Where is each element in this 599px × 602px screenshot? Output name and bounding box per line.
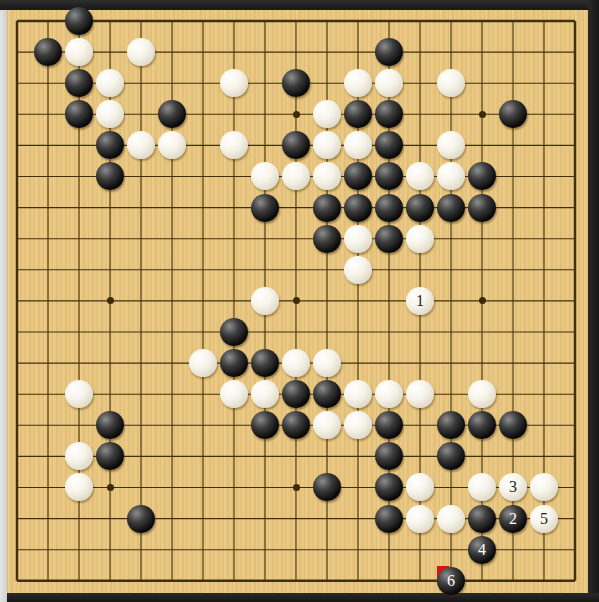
board-cell[interactable] bbox=[219, 254, 250, 285]
board-cell[interactable]: ○ bbox=[405, 161, 436, 192]
board-cell[interactable]: ○ bbox=[126, 37, 157, 68]
board-cell[interactable] bbox=[560, 223, 591, 254]
board-cell[interactable] bbox=[188, 223, 219, 254]
board-cell[interactable] bbox=[343, 5, 374, 36]
board-cell[interactable] bbox=[467, 37, 498, 68]
board-cell[interactable] bbox=[498, 285, 529, 316]
board-cell[interactable] bbox=[2, 503, 33, 534]
board-cell[interactable] bbox=[343, 316, 374, 347]
board-cell[interactable] bbox=[250, 441, 281, 472]
board-cell[interactable] bbox=[560, 441, 591, 472]
board-cell[interactable] bbox=[157, 316, 188, 347]
board-cell[interactable] bbox=[126, 5, 157, 36]
board-cell[interactable] bbox=[157, 223, 188, 254]
board-cell[interactable] bbox=[250, 534, 281, 565]
board-cell[interactable] bbox=[560, 161, 591, 192]
board-cell[interactable] bbox=[560, 192, 591, 223]
board-cell[interactable]: ○ bbox=[374, 379, 405, 410]
board-cell[interactable]: ○ bbox=[126, 130, 157, 161]
board-cell[interactable] bbox=[498, 316, 529, 347]
board-cell[interactable] bbox=[436, 99, 467, 130]
board-cell[interactable]: ● bbox=[374, 99, 405, 130]
board-cell[interactable] bbox=[374, 565, 405, 596]
board-cell[interactable] bbox=[126, 68, 157, 99]
board-cell[interactable]: ○ bbox=[250, 379, 281, 410]
board-cell[interactable] bbox=[560, 503, 591, 534]
board-cell[interactable] bbox=[343, 441, 374, 472]
board-cell[interactable] bbox=[64, 254, 95, 285]
board-cell[interactable] bbox=[374, 285, 405, 316]
board-cell[interactable] bbox=[33, 192, 64, 223]
board-cell[interactable] bbox=[2, 410, 33, 441]
board-cell[interactable]: ● bbox=[374, 472, 405, 503]
board-cell[interactable]: ● bbox=[219, 347, 250, 378]
board-cell[interactable]: ○ bbox=[250, 161, 281, 192]
board-cell[interactable] bbox=[560, 534, 591, 565]
board-cell[interactable] bbox=[529, 68, 560, 99]
board-cell[interactable] bbox=[467, 68, 498, 99]
board-cell[interactable] bbox=[343, 565, 374, 596]
board-cell[interactable] bbox=[467, 254, 498, 285]
board-cell[interactable]: ● bbox=[95, 441, 126, 472]
board-cell[interactable] bbox=[405, 99, 436, 130]
board-cell[interactable]: ○5 bbox=[529, 503, 560, 534]
board-cell[interactable] bbox=[2, 441, 33, 472]
board-cell[interactable]: ○ bbox=[188, 347, 219, 378]
board-cell[interactable] bbox=[250, 68, 281, 99]
board-cell[interactable] bbox=[157, 192, 188, 223]
board-cell[interactable] bbox=[436, 254, 467, 285]
board-cell[interactable] bbox=[405, 441, 436, 472]
board-cell[interactable] bbox=[529, 161, 560, 192]
board-cell[interactable] bbox=[560, 68, 591, 99]
board-cell[interactable]: ● bbox=[467, 410, 498, 441]
board-cell[interactable] bbox=[529, 565, 560, 596]
board-cell[interactable] bbox=[219, 441, 250, 472]
board-cell[interactable] bbox=[529, 534, 560, 565]
board-cell[interactable] bbox=[498, 130, 529, 161]
board-cell[interactable] bbox=[250, 130, 281, 161]
board-cell[interactable]: ○ bbox=[250, 285, 281, 316]
board-cell[interactable] bbox=[343, 285, 374, 316]
board-cell[interactable] bbox=[312, 565, 343, 596]
board-cell[interactable] bbox=[33, 68, 64, 99]
board-cell[interactable] bbox=[2, 472, 33, 503]
board-cell[interactable]: ○ bbox=[343, 223, 374, 254]
board-cell[interactable]: ○ bbox=[312, 410, 343, 441]
board-cell[interactable]: ○ bbox=[64, 472, 95, 503]
board-cell[interactable] bbox=[64, 534, 95, 565]
board-cell[interactable] bbox=[529, 347, 560, 378]
board-cell[interactable] bbox=[250, 316, 281, 347]
board-cell[interactable] bbox=[312, 254, 343, 285]
board-cell[interactable] bbox=[188, 99, 219, 130]
board-cell[interactable] bbox=[64, 410, 95, 441]
board-cell[interactable] bbox=[250, 565, 281, 596]
board-cell[interactable] bbox=[560, 379, 591, 410]
board-cell[interactable] bbox=[281, 223, 312, 254]
board-cell[interactable] bbox=[560, 565, 591, 596]
board-cell[interactable]: ● bbox=[64, 99, 95, 130]
board-cell[interactable] bbox=[498, 161, 529, 192]
board-cell[interactable] bbox=[436, 223, 467, 254]
board-cell[interactable]: ● bbox=[374, 37, 405, 68]
board-cell[interactable] bbox=[64, 130, 95, 161]
board-cell[interactable] bbox=[560, 99, 591, 130]
board-cell[interactable] bbox=[250, 37, 281, 68]
board-cell[interactable] bbox=[281, 503, 312, 534]
board-cell[interactable] bbox=[33, 565, 64, 596]
board-cell[interactable] bbox=[95, 285, 126, 316]
board-cell[interactable] bbox=[188, 410, 219, 441]
board-cell[interactable] bbox=[405, 534, 436, 565]
board-cell[interactable] bbox=[560, 37, 591, 68]
board-cell[interactable]: ○ bbox=[405, 503, 436, 534]
board-cell[interactable] bbox=[188, 285, 219, 316]
board-cell[interactable] bbox=[2, 5, 33, 36]
board-cell[interactable]: ● bbox=[219, 316, 250, 347]
board-cell[interactable] bbox=[2, 99, 33, 130]
board-cell[interactable] bbox=[436, 285, 467, 316]
board-cell[interactable] bbox=[405, 254, 436, 285]
board-cell[interactable]: ●2 bbox=[498, 503, 529, 534]
board-cell[interactable] bbox=[467, 223, 498, 254]
board-cell[interactable] bbox=[126, 285, 157, 316]
board-cell[interactable] bbox=[560, 130, 591, 161]
board-cell[interactable]: ○ bbox=[219, 130, 250, 161]
board-cell[interactable] bbox=[281, 192, 312, 223]
board-cell[interactable]: ● bbox=[467, 503, 498, 534]
board-cell[interactable] bbox=[157, 503, 188, 534]
board-cell[interactable] bbox=[498, 254, 529, 285]
board-cell[interactable] bbox=[374, 5, 405, 36]
board-cell[interactable] bbox=[95, 223, 126, 254]
board-cell[interactable] bbox=[2, 130, 33, 161]
board-cell[interactable] bbox=[188, 68, 219, 99]
board-cell[interactable] bbox=[281, 5, 312, 36]
board-cell[interactable]: ●6 bbox=[436, 565, 467, 596]
board-cell[interactable] bbox=[498, 192, 529, 223]
board-cell[interactable]: ○ bbox=[343, 410, 374, 441]
board-cell[interactable] bbox=[188, 534, 219, 565]
board-cell[interactable] bbox=[498, 379, 529, 410]
board-cell[interactable]: ○ bbox=[343, 130, 374, 161]
board-cell[interactable] bbox=[436, 5, 467, 36]
board-cell[interactable] bbox=[33, 503, 64, 534]
board-cell[interactable] bbox=[64, 565, 95, 596]
board-cell[interactable] bbox=[33, 130, 64, 161]
board-cell[interactable] bbox=[219, 565, 250, 596]
board-cell[interactable] bbox=[436, 37, 467, 68]
board-cell[interactable]: ● bbox=[374, 130, 405, 161]
board-cell[interactable] bbox=[95, 379, 126, 410]
board-cell[interactable] bbox=[64, 347, 95, 378]
board-cell[interactable] bbox=[467, 347, 498, 378]
board-cell[interactable] bbox=[126, 161, 157, 192]
board-cell[interactable] bbox=[529, 316, 560, 347]
board-cell[interactable]: ○ bbox=[529, 472, 560, 503]
board-cell[interactable] bbox=[95, 254, 126, 285]
board-cell[interactable]: ● bbox=[250, 347, 281, 378]
board-cell[interactable] bbox=[343, 503, 374, 534]
board-cell[interactable] bbox=[467, 130, 498, 161]
board-cell[interactable] bbox=[405, 410, 436, 441]
board-cell[interactable]: ○ bbox=[436, 503, 467, 534]
board-cell[interactable] bbox=[95, 192, 126, 223]
board-cell[interactable] bbox=[529, 99, 560, 130]
board-cell[interactable]: ● bbox=[281, 130, 312, 161]
board-cell[interactable]: ● bbox=[281, 379, 312, 410]
board-cell[interactable] bbox=[560, 254, 591, 285]
board-cell[interactable] bbox=[157, 285, 188, 316]
board-cell[interactable]: ○ bbox=[312, 161, 343, 192]
board-cell[interactable] bbox=[188, 37, 219, 68]
board-cell[interactable] bbox=[498, 347, 529, 378]
board-cell[interactable] bbox=[95, 503, 126, 534]
board-cell[interactable] bbox=[64, 161, 95, 192]
board-cell[interactable] bbox=[250, 5, 281, 36]
board-cell[interactable] bbox=[374, 347, 405, 378]
board-cell[interactable] bbox=[405, 130, 436, 161]
board-cell[interactable] bbox=[560, 410, 591, 441]
board-cell[interactable] bbox=[281, 316, 312, 347]
board-cell[interactable] bbox=[560, 316, 591, 347]
board-cell[interactable]: ○ bbox=[312, 347, 343, 378]
board-cell[interactable]: ● bbox=[312, 379, 343, 410]
board-cell[interactable]: ○ bbox=[312, 130, 343, 161]
board-cell[interactable] bbox=[188, 503, 219, 534]
board-cell[interactable] bbox=[157, 68, 188, 99]
board-cell[interactable] bbox=[2, 223, 33, 254]
board-cell[interactable]: ○ bbox=[219, 379, 250, 410]
board-cell[interactable] bbox=[219, 285, 250, 316]
board-cell[interactable] bbox=[157, 534, 188, 565]
board-cell[interactable] bbox=[498, 223, 529, 254]
board-cell[interactable] bbox=[467, 99, 498, 130]
board-cell[interactable] bbox=[498, 37, 529, 68]
board-cell[interactable] bbox=[560, 472, 591, 503]
board-cell[interactable] bbox=[560, 347, 591, 378]
board-cell[interactable] bbox=[2, 347, 33, 378]
board-cell[interactable]: ● bbox=[374, 503, 405, 534]
board-cell[interactable] bbox=[312, 316, 343, 347]
board-cell[interactable] bbox=[188, 254, 219, 285]
board-cell[interactable] bbox=[95, 534, 126, 565]
board-cell[interactable] bbox=[2, 254, 33, 285]
board-cell[interactable]: ● bbox=[33, 37, 64, 68]
board-cell[interactable] bbox=[405, 68, 436, 99]
board-cell[interactable] bbox=[343, 534, 374, 565]
board-cell[interactable]: ● bbox=[312, 192, 343, 223]
board-cell[interactable] bbox=[33, 347, 64, 378]
board-cell[interactable] bbox=[498, 68, 529, 99]
board-cell[interactable]: ○ bbox=[405, 472, 436, 503]
board-cell[interactable] bbox=[374, 534, 405, 565]
board-cell[interactable] bbox=[219, 161, 250, 192]
board-cell[interactable] bbox=[312, 37, 343, 68]
board-cell[interactable] bbox=[2, 534, 33, 565]
board-cell[interactable] bbox=[529, 410, 560, 441]
board-cell[interactable]: ● bbox=[157, 99, 188, 130]
board-cell[interactable] bbox=[250, 223, 281, 254]
board-cell[interactable] bbox=[467, 285, 498, 316]
board-cell[interactable] bbox=[2, 316, 33, 347]
board-cell[interactable]: ● bbox=[126, 503, 157, 534]
board-cell[interactable]: ○ bbox=[64, 441, 95, 472]
board-cell[interactable] bbox=[467, 316, 498, 347]
board-cell[interactable]: ○ bbox=[219, 68, 250, 99]
board-cell[interactable] bbox=[219, 534, 250, 565]
board-cell[interactable]: ○ bbox=[64, 37, 95, 68]
board-cell[interactable]: ○ bbox=[281, 161, 312, 192]
board-cell[interactable]: ● bbox=[467, 161, 498, 192]
board-cell[interactable]: ● bbox=[95, 130, 126, 161]
board-cell[interactable] bbox=[281, 534, 312, 565]
board-cell[interactable] bbox=[188, 472, 219, 503]
board-cell[interactable]: ● bbox=[374, 441, 405, 472]
board-cell[interactable] bbox=[281, 472, 312, 503]
board-cell[interactable] bbox=[405, 347, 436, 378]
board-cell[interactable] bbox=[188, 316, 219, 347]
board-cell[interactable] bbox=[219, 503, 250, 534]
board-cell[interactable] bbox=[281, 99, 312, 130]
board-cell[interactable]: ○ bbox=[312, 99, 343, 130]
board-cell[interactable] bbox=[157, 441, 188, 472]
board-cell[interactable] bbox=[560, 285, 591, 316]
board-cell[interactable]: ○ bbox=[95, 68, 126, 99]
board-cell[interactable]: ○ bbox=[157, 130, 188, 161]
board-cell[interactable] bbox=[405, 316, 436, 347]
board-cell[interactable] bbox=[126, 565, 157, 596]
board-cell[interactable]: ○ bbox=[95, 99, 126, 130]
board-cell[interactable] bbox=[95, 347, 126, 378]
board-cell[interactable] bbox=[436, 316, 467, 347]
board-cell[interactable]: ● bbox=[405, 192, 436, 223]
board-cell[interactable]: ●4 bbox=[467, 534, 498, 565]
board-cell[interactable] bbox=[64, 285, 95, 316]
board-cell[interactable] bbox=[188, 161, 219, 192]
board-cell[interactable]: ○ bbox=[343, 254, 374, 285]
board-cell[interactable] bbox=[157, 5, 188, 36]
board-cell[interactable] bbox=[126, 192, 157, 223]
board-cell[interactable] bbox=[95, 316, 126, 347]
board-cell[interactable] bbox=[374, 254, 405, 285]
board-cell[interactable]: ○ bbox=[436, 68, 467, 99]
board-cell[interactable] bbox=[2, 37, 33, 68]
board-cell[interactable] bbox=[467, 565, 498, 596]
board-cell[interactable] bbox=[219, 192, 250, 223]
board-cell[interactable]: ○ bbox=[436, 161, 467, 192]
board-cell[interactable] bbox=[312, 5, 343, 36]
board-cell[interactable] bbox=[436, 347, 467, 378]
board-cell[interactable] bbox=[529, 441, 560, 472]
board-cell[interactable] bbox=[436, 534, 467, 565]
board-cell[interactable] bbox=[281, 441, 312, 472]
board-cell[interactable] bbox=[188, 379, 219, 410]
board-cell[interactable]: ○ bbox=[281, 347, 312, 378]
board-cell[interactable] bbox=[64, 192, 95, 223]
board-cell[interactable] bbox=[405, 5, 436, 36]
board-cell[interactable] bbox=[498, 565, 529, 596]
board-cell[interactable]: ● bbox=[498, 410, 529, 441]
board-cell[interactable]: ● bbox=[436, 192, 467, 223]
board-cell[interactable] bbox=[343, 472, 374, 503]
board-cell[interactable]: ● bbox=[436, 410, 467, 441]
board-cell[interactable]: ● bbox=[95, 410, 126, 441]
board-cell[interactable]: ● bbox=[374, 223, 405, 254]
board-cell[interactable] bbox=[95, 565, 126, 596]
board-cell[interactable]: ● bbox=[95, 161, 126, 192]
board-cell[interactable]: ● bbox=[312, 223, 343, 254]
board-cell[interactable] bbox=[2, 161, 33, 192]
board-cell[interactable]: ○1 bbox=[405, 285, 436, 316]
board-cell[interactable]: ● bbox=[374, 410, 405, 441]
board-cell[interactable] bbox=[498, 441, 529, 472]
board-cell[interactable]: ○3 bbox=[498, 472, 529, 503]
board-cell[interactable] bbox=[250, 254, 281, 285]
board-cell[interactable]: ○ bbox=[467, 379, 498, 410]
board-cell[interactable] bbox=[157, 565, 188, 596]
board-cell[interactable] bbox=[2, 379, 33, 410]
board-cell[interactable]: ● bbox=[343, 192, 374, 223]
board-cell[interactable] bbox=[126, 347, 157, 378]
board-cell[interactable] bbox=[219, 37, 250, 68]
board-cell[interactable] bbox=[157, 37, 188, 68]
board-cell[interactable] bbox=[529, 285, 560, 316]
board-cell[interactable] bbox=[281, 565, 312, 596]
board-cell[interactable] bbox=[529, 379, 560, 410]
board-cell[interactable] bbox=[157, 254, 188, 285]
board-cell[interactable]: ● bbox=[281, 410, 312, 441]
board-cell[interactable] bbox=[2, 285, 33, 316]
board-cell[interactable] bbox=[33, 534, 64, 565]
board-cell[interactable] bbox=[219, 223, 250, 254]
board-cell[interactable] bbox=[281, 285, 312, 316]
board-cell[interactable] bbox=[33, 254, 64, 285]
board-cell[interactable] bbox=[33, 223, 64, 254]
board-cell[interactable]: ● bbox=[374, 192, 405, 223]
board-cell[interactable] bbox=[157, 161, 188, 192]
board-cell[interactable]: ● bbox=[343, 99, 374, 130]
board-cell[interactable] bbox=[126, 254, 157, 285]
board-cell[interactable] bbox=[33, 441, 64, 472]
board-cell[interactable] bbox=[33, 5, 64, 36]
board-cell[interactable] bbox=[95, 5, 126, 36]
board-cell[interactable] bbox=[33, 161, 64, 192]
board-cell[interactable] bbox=[467, 441, 498, 472]
board-cell[interactable] bbox=[529, 37, 560, 68]
board-cell[interactable]: ● bbox=[281, 68, 312, 99]
board-cell[interactable] bbox=[188, 441, 219, 472]
board-cell[interactable] bbox=[126, 99, 157, 130]
board-cell[interactable]: ○ bbox=[374, 68, 405, 99]
board-cell[interactable] bbox=[64, 503, 95, 534]
board-cell[interactable] bbox=[312, 68, 343, 99]
board-cell[interactable] bbox=[498, 534, 529, 565]
board-cell[interactable] bbox=[33, 285, 64, 316]
board-cell[interactable] bbox=[529, 223, 560, 254]
board-cell[interactable]: ○ bbox=[405, 379, 436, 410]
board-cell[interactable]: ○ bbox=[64, 379, 95, 410]
board-cell[interactable]: ○ bbox=[405, 223, 436, 254]
board-cell[interactable] bbox=[157, 410, 188, 441]
board-cell[interactable] bbox=[188, 130, 219, 161]
board-cell[interactable] bbox=[312, 534, 343, 565]
board-cell[interactable] bbox=[2, 192, 33, 223]
board-cell[interactable] bbox=[188, 192, 219, 223]
board-cell[interactable]: ○ bbox=[436, 130, 467, 161]
board-cell[interactable]: ● bbox=[64, 5, 95, 36]
